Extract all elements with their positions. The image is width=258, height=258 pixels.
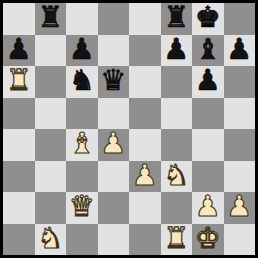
square-f1[interactable]: ♜ xyxy=(161,224,193,256)
square-a5[interactable] xyxy=(3,98,35,130)
square-a1[interactable] xyxy=(3,224,35,256)
square-b1[interactable]: ♞ xyxy=(35,224,67,256)
piece-black-rook[interactable]: ♜ xyxy=(163,3,189,34)
square-e1[interactable] xyxy=(129,224,161,256)
square-g8[interactable]: ♚ xyxy=(192,3,224,35)
square-f7[interactable]: ♟ xyxy=(161,35,193,67)
square-b4[interactable] xyxy=(35,129,67,161)
chess-board: ♜♜♚♟♟♟♝♟♜♞♛♟♝♟♟♞♛♟♟♞♜♚ xyxy=(0,0,258,258)
square-h3[interactable] xyxy=(224,161,256,193)
square-c8[interactable] xyxy=(66,3,98,35)
piece-white-knight[interactable]: ♞ xyxy=(163,161,189,192)
square-e7[interactable] xyxy=(129,35,161,67)
piece-white-rook[interactable]: ♜ xyxy=(6,66,32,97)
square-c1[interactable] xyxy=(66,224,98,256)
square-a2[interactable] xyxy=(3,192,35,224)
square-d3[interactable] xyxy=(98,161,130,193)
square-a8[interactable] xyxy=(3,3,35,35)
square-h2[interactable]: ♟ xyxy=(224,192,256,224)
square-g4[interactable] xyxy=(192,129,224,161)
piece-black-pawn[interactable]: ♟ xyxy=(6,35,32,66)
square-e6[interactable] xyxy=(129,66,161,98)
square-b7[interactable] xyxy=(35,35,67,67)
square-g3[interactable] xyxy=(192,161,224,193)
square-c4[interactable]: ♝ xyxy=(66,129,98,161)
piece-white-pawn[interactable]: ♟ xyxy=(100,129,126,160)
square-f5[interactable] xyxy=(161,98,193,130)
square-e4[interactable] xyxy=(129,129,161,161)
piece-black-king[interactable]: ♚ xyxy=(195,3,221,34)
square-b2[interactable] xyxy=(35,192,67,224)
square-h8[interactable] xyxy=(224,3,256,35)
square-g1[interactable]: ♚ xyxy=(192,224,224,256)
square-d2[interactable] xyxy=(98,192,130,224)
square-c5[interactable] xyxy=(66,98,98,130)
square-c3[interactable] xyxy=(66,161,98,193)
piece-white-king[interactable]: ♚ xyxy=(195,224,221,255)
square-a7[interactable]: ♟ xyxy=(3,35,35,67)
square-d5[interactable] xyxy=(98,98,130,130)
piece-black-pawn[interactable]: ♟ xyxy=(69,35,95,66)
square-h6[interactable] xyxy=(224,66,256,98)
square-b6[interactable] xyxy=(35,66,67,98)
square-f8[interactable]: ♜ xyxy=(161,3,193,35)
piece-black-rook[interactable]: ♜ xyxy=(37,3,63,34)
square-e3[interactable]: ♟ xyxy=(129,161,161,193)
square-g6[interactable]: ♟ xyxy=(192,66,224,98)
square-f3[interactable]: ♞ xyxy=(161,161,193,193)
square-h4[interactable] xyxy=(224,129,256,161)
piece-white-pawn[interactable]: ♟ xyxy=(195,192,221,223)
piece-black-knight[interactable]: ♞ xyxy=(69,66,95,97)
square-e5[interactable] xyxy=(129,98,161,130)
square-h1[interactable] xyxy=(224,224,256,256)
square-c6[interactable]: ♞ xyxy=(66,66,98,98)
square-b3[interactable] xyxy=(35,161,67,193)
piece-black-pawn[interactable]: ♟ xyxy=(226,35,252,66)
square-b8[interactable]: ♜ xyxy=(35,3,67,35)
square-h7[interactable]: ♟ xyxy=(224,35,256,67)
piece-white-bishop[interactable]: ♝ xyxy=(69,129,95,160)
piece-white-rook[interactable]: ♜ xyxy=(163,224,189,255)
square-d8[interactable] xyxy=(98,3,130,35)
chess-board-diagram: ♜♜♚♟♟♟♝♟♜♞♛♟♝♟♟♞♛♟♟♞♜♚ xyxy=(0,0,258,258)
square-e8[interactable] xyxy=(129,3,161,35)
piece-white-knight[interactable]: ♞ xyxy=(37,224,63,255)
square-g7[interactable]: ♝ xyxy=(192,35,224,67)
piece-white-pawn[interactable]: ♟ xyxy=(226,192,252,223)
piece-black-bishop[interactable]: ♝ xyxy=(195,35,221,66)
square-a3[interactable] xyxy=(3,161,35,193)
square-g5[interactable] xyxy=(192,98,224,130)
square-g2[interactable]: ♟ xyxy=(192,192,224,224)
piece-black-queen[interactable]: ♛ xyxy=(100,66,126,97)
piece-black-pawn[interactable]: ♟ xyxy=(163,35,189,66)
square-f4[interactable] xyxy=(161,129,193,161)
piece-white-queen[interactable]: ♛ xyxy=(69,192,95,223)
square-a4[interactable] xyxy=(3,129,35,161)
square-d6[interactable]: ♛ xyxy=(98,66,130,98)
square-d7[interactable] xyxy=(98,35,130,67)
piece-white-pawn[interactable]: ♟ xyxy=(132,161,158,192)
piece-black-pawn[interactable]: ♟ xyxy=(195,66,221,97)
square-h5[interactable] xyxy=(224,98,256,130)
square-e2[interactable] xyxy=(129,192,161,224)
square-b5[interactable] xyxy=(35,98,67,130)
square-f6[interactable] xyxy=(161,66,193,98)
square-c2[interactable]: ♛ xyxy=(66,192,98,224)
square-d1[interactable] xyxy=(98,224,130,256)
square-c7[interactable]: ♟ xyxy=(66,35,98,67)
square-f2[interactable] xyxy=(161,192,193,224)
square-d4[interactable]: ♟ xyxy=(98,129,130,161)
square-a6[interactable]: ♜ xyxy=(3,66,35,98)
